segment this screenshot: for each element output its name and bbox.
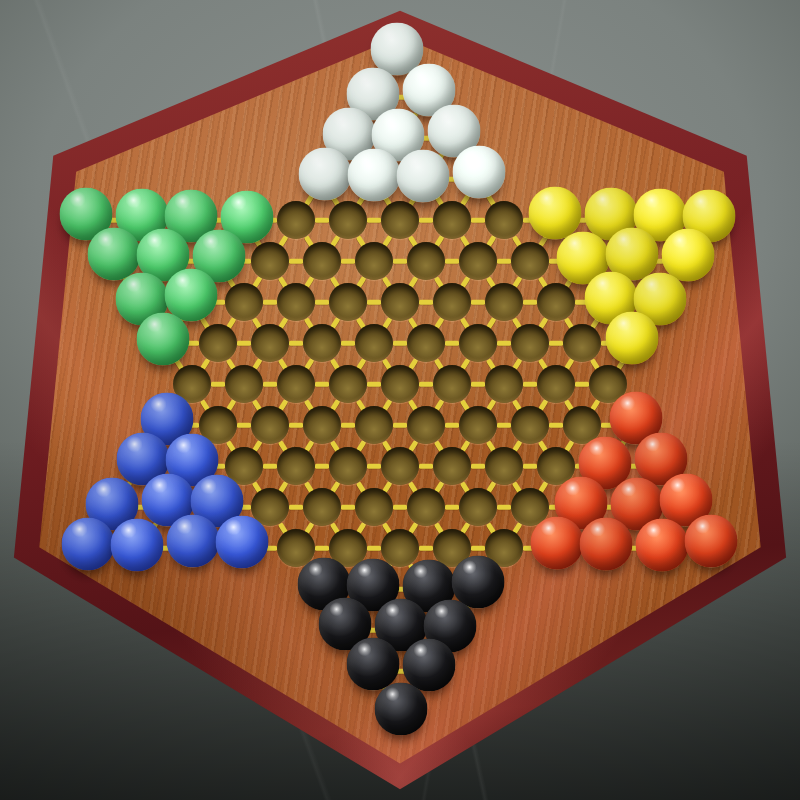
board-hole[interactable] xyxy=(225,283,263,321)
star-line-dash xyxy=(419,218,433,223)
marble-green[interactable] xyxy=(88,228,141,281)
star-line-dash xyxy=(497,423,511,428)
board-hole[interactable] xyxy=(433,283,471,321)
board-hole[interactable] xyxy=(459,242,497,280)
star-line-dash xyxy=(419,464,433,469)
board-hole[interactable] xyxy=(407,242,445,280)
marble-white[interactable] xyxy=(453,146,506,199)
star-line-dash xyxy=(289,505,303,510)
board-hole[interactable] xyxy=(537,365,575,403)
star-line-dash xyxy=(367,218,381,223)
board-hole[interactable] xyxy=(225,365,263,403)
board-hole[interactable] xyxy=(433,201,471,239)
board-hole[interactable] xyxy=(511,324,549,362)
star-line-dash xyxy=(341,341,355,346)
board-hole[interactable] xyxy=(563,324,601,362)
star-line-dash xyxy=(341,259,355,264)
star-line-dash xyxy=(393,423,407,428)
marble-blue[interactable] xyxy=(216,516,269,569)
board-hole[interactable] xyxy=(381,529,419,567)
star-line-dash xyxy=(315,546,329,551)
board-hole[interactable] xyxy=(485,283,523,321)
board-hole[interactable] xyxy=(277,447,315,485)
star-line-dash xyxy=(367,300,381,305)
star-line-dash xyxy=(367,546,381,551)
star-line-dash xyxy=(471,300,485,305)
star-line-dash xyxy=(341,505,355,510)
marble-green[interactable] xyxy=(137,313,190,366)
star-line-dash xyxy=(237,341,251,346)
board-hole[interactable] xyxy=(251,242,289,280)
marble-blue[interactable] xyxy=(167,515,220,568)
board-hole[interactable] xyxy=(433,447,471,485)
photo-scene xyxy=(0,0,800,800)
board-hole[interactable] xyxy=(355,242,393,280)
board-hole[interactable] xyxy=(407,324,445,362)
board-hole[interactable] xyxy=(303,488,341,526)
star-line-dash xyxy=(549,423,563,428)
star-line-dash xyxy=(419,300,433,305)
star-line-dash xyxy=(315,382,329,387)
board-hole[interactable] xyxy=(251,324,289,362)
star-line-dash xyxy=(445,505,459,510)
board-hole[interactable] xyxy=(303,324,341,362)
marble-white[interactable] xyxy=(348,149,401,202)
board-hole[interactable] xyxy=(459,324,497,362)
board-hole[interactable] xyxy=(381,365,419,403)
star-line-dash xyxy=(393,259,407,264)
star-line-dash xyxy=(237,423,251,428)
board-hole[interactable] xyxy=(485,201,523,239)
marble-red[interactable] xyxy=(531,517,584,570)
board-hole[interactable] xyxy=(485,447,523,485)
board-hole[interactable] xyxy=(303,242,341,280)
board-hole[interactable] xyxy=(355,324,393,362)
star-line-dash xyxy=(445,423,459,428)
board-hole[interactable] xyxy=(329,447,367,485)
star-line-dash xyxy=(263,382,277,387)
marble-white[interactable] xyxy=(397,150,450,203)
star-line-dash xyxy=(263,464,277,469)
star-line-dash xyxy=(367,382,381,387)
star-line-dash xyxy=(523,382,537,387)
marble-black[interactable] xyxy=(375,683,428,736)
star-line-dash xyxy=(471,218,485,223)
star-line-dash xyxy=(471,382,485,387)
star-line-dash xyxy=(341,423,355,428)
board-hole[interactable] xyxy=(433,365,471,403)
board-hole[interactable] xyxy=(407,406,445,444)
star-line-dash xyxy=(523,300,537,305)
board-hole[interactable] xyxy=(485,365,523,403)
star-line-dash xyxy=(445,259,459,264)
star-line-dash xyxy=(497,341,511,346)
star-line-dash xyxy=(523,464,537,469)
star-line-dash xyxy=(471,464,485,469)
marble-blue[interactable] xyxy=(111,519,164,572)
star-line-dash xyxy=(575,382,589,387)
marble-white[interactable] xyxy=(299,148,352,201)
board-hole[interactable] xyxy=(355,406,393,444)
marble-red[interactable] xyxy=(580,518,633,571)
board-hole[interactable] xyxy=(407,488,445,526)
board-hole[interactable] xyxy=(511,406,549,444)
star-line-dash xyxy=(393,341,407,346)
marble-black[interactable] xyxy=(347,638,400,691)
star-line-dash xyxy=(419,382,433,387)
board-hole[interactable] xyxy=(277,283,315,321)
board-lattice xyxy=(0,0,800,800)
star-line-dash xyxy=(393,505,407,510)
star-line-dash xyxy=(497,505,511,510)
marble-blue[interactable] xyxy=(62,518,115,571)
star-line-dash xyxy=(419,546,433,551)
board-hole[interactable] xyxy=(199,324,237,362)
star-line-dash xyxy=(263,300,277,305)
board-hole[interactable] xyxy=(329,365,367,403)
board-hole[interactable] xyxy=(459,406,497,444)
board-hole[interactable] xyxy=(329,201,367,239)
star-line-dash xyxy=(315,464,329,469)
star-line-dash xyxy=(315,300,329,305)
board-hole[interactable] xyxy=(355,488,393,526)
star-line-dash xyxy=(549,341,563,346)
board-hole[interactable] xyxy=(459,488,497,526)
board-hole[interactable] xyxy=(329,283,367,321)
board-hole[interactable] xyxy=(277,365,315,403)
board-hole[interactable] xyxy=(251,406,289,444)
board-hole[interactable] xyxy=(303,406,341,444)
star-line-dash xyxy=(289,259,303,264)
star-line-dash xyxy=(471,546,485,551)
board-hole[interactable] xyxy=(511,242,549,280)
star-line-dash xyxy=(367,464,381,469)
marble-yellow[interactable] xyxy=(529,187,582,240)
marble-red[interactable] xyxy=(685,515,738,568)
marble-red[interactable] xyxy=(636,519,689,572)
star-line-dash xyxy=(211,382,225,387)
board-hole[interactable] xyxy=(381,447,419,485)
star-line-dash xyxy=(289,423,303,428)
star-line-dash xyxy=(445,341,459,346)
star-line-dash xyxy=(497,259,511,264)
board-hole[interactable] xyxy=(537,283,575,321)
board-hole[interactable] xyxy=(277,201,315,239)
board-hole[interactable] xyxy=(381,283,419,321)
marble-yellow[interactable] xyxy=(606,312,659,365)
star-line-dash xyxy=(315,218,329,223)
board-hole[interactable] xyxy=(381,201,419,239)
star-line-dash xyxy=(289,341,303,346)
